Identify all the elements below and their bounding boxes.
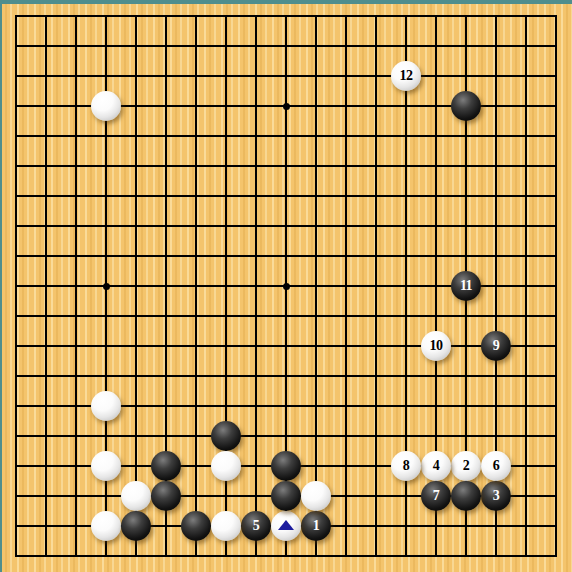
stone-white[interactable] — [211, 511, 241, 541]
stone-black[interactable] — [181, 511, 211, 541]
grid-line-horizontal — [15, 375, 557, 377]
star-point — [283, 283, 290, 290]
stone-black[interactable] — [451, 91, 481, 121]
stone-white[interactable] — [91, 91, 121, 121]
move-number: 9 — [493, 339, 500, 353]
move-number: 7 — [433, 489, 440, 503]
stone-black[interactable] — [151, 451, 181, 481]
grid-line-vertical — [315, 15, 317, 557]
stone-black-11[interactable]: 11 — [451, 271, 481, 301]
stone-black[interactable] — [451, 481, 481, 511]
grid-line-horizontal — [15, 435, 557, 437]
stone-black[interactable] — [121, 511, 151, 541]
grid-line-vertical — [375, 15, 377, 557]
stone-white-10[interactable]: 10 — [421, 331, 451, 361]
stone-white-8[interactable]: 8 — [391, 451, 421, 481]
grid-line-horizontal — [15, 315, 557, 317]
go-board[interactable]: 123456789101112 — [0, 0, 572, 572]
stone-white-12[interactable]: 12 — [391, 61, 421, 91]
stone-black[interactable] — [151, 481, 181, 511]
star-point — [103, 283, 110, 290]
grid-line-vertical — [555, 15, 557, 557]
grid-line-vertical — [345, 15, 347, 557]
move-number: 2 — [463, 459, 470, 473]
stone-black-9[interactable]: 9 — [481, 331, 511, 361]
move-number: 8 — [403, 459, 410, 473]
stone-black-7[interactable]: 7 — [421, 481, 451, 511]
stone-white[interactable] — [121, 481, 151, 511]
window-edge-left — [0, 0, 2, 572]
stone-white-triangle[interactable] — [271, 511, 301, 541]
stone-white-6[interactable]: 6 — [481, 451, 511, 481]
stone-white[interactable] — [91, 451, 121, 481]
stone-black-5[interactable]: 5 — [241, 511, 271, 541]
stone-white[interactable] — [91, 391, 121, 421]
move-number: 3 — [493, 489, 500, 503]
grid-line-horizontal — [15, 345, 557, 347]
grid-line-horizontal — [15, 555, 557, 557]
triangle-marker-icon — [278, 520, 294, 530]
stone-white-4[interactable]: 4 — [421, 451, 451, 481]
stone-black[interactable] — [211, 421, 241, 451]
move-number: 6 — [493, 459, 500, 473]
move-number: 1 — [313, 519, 320, 533]
grid-line-vertical — [525, 15, 527, 557]
stone-black-3[interactable]: 3 — [481, 481, 511, 511]
move-number: 11 — [460, 279, 472, 293]
stone-white[interactable] — [211, 451, 241, 481]
move-number: 5 — [253, 519, 260, 533]
move-number: 10 — [430, 339, 443, 353]
stone-black[interactable] — [271, 451, 301, 481]
stone-white[interactable] — [301, 481, 331, 511]
move-number: 4 — [433, 459, 440, 473]
stone-black[interactable] — [271, 481, 301, 511]
stone-white-2[interactable]: 2 — [451, 451, 481, 481]
move-number: 12 — [400, 69, 413, 83]
star-point — [283, 103, 290, 110]
stone-white[interactable] — [91, 511, 121, 541]
window-edge-top — [0, 0, 572, 4]
stone-black-1[interactable]: 1 — [301, 511, 331, 541]
